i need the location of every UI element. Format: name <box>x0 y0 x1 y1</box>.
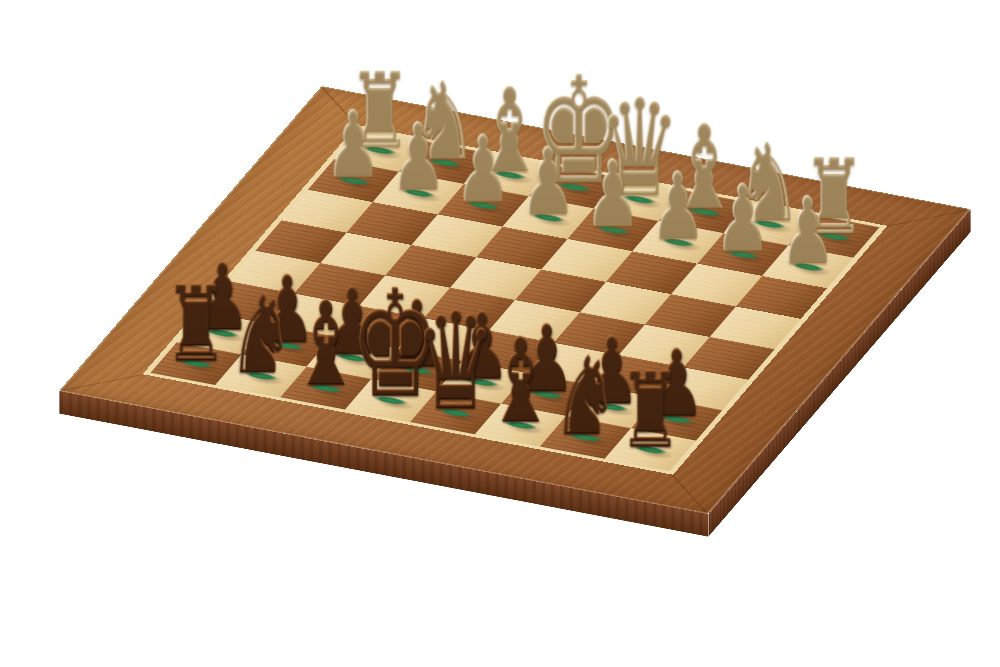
chess-board: ♜♞♝♚♛♝♞♜♟♟♟♟♟♟♟♟♟♟♟♟♟♟♟♟♜♞♝♚♛♝♞♜ <box>59 86 970 514</box>
board-field: ♜♞♝♚♛♝♞♜♟♟♟♟♟♟♟♟♟♟♟♟♟♟♟♟♜♞♝♚♛♝♞♜ <box>143 125 888 475</box>
miter-seam <box>886 210 968 227</box>
black-rook-glyph: ♜ <box>610 358 692 462</box>
square-a8[interactable]: ♜ <box>605 428 696 471</box>
board-border: ♜♞♝♚♛♝♞♜♟♟♟♟♟♟♟♟♟♟♟♟♟♟♟♟♜♞♝♚♛♝♞♜ <box>59 86 970 514</box>
white-pawn-glyph: ♟ <box>767 186 849 278</box>
miter-seam <box>61 374 143 391</box>
product-photo: ♜♞♝♚♛♝♞♜♟♟♟♟♟♟♟♟♟♟♟♟♟♟♟♟♜♞♝♚♛♝♞♜ <box>0 0 1000 667</box>
